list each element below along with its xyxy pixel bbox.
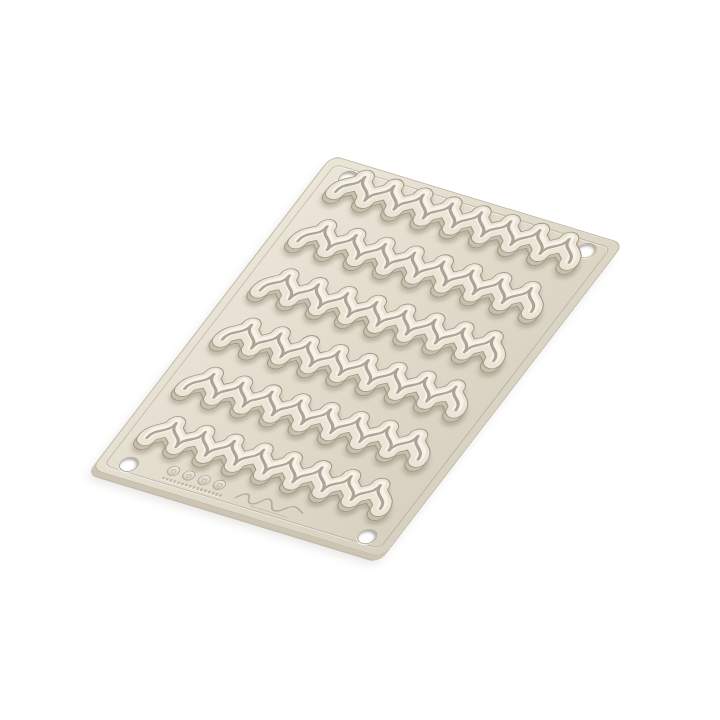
recycle-icon — [195, 474, 214, 487]
dishwasher-safe-icon — [210, 478, 229, 491]
temperature-range-icon — [179, 469, 198, 482]
silicone-mold-tray — [91, 155, 624, 558]
product-photo — [0, 0, 720, 720]
